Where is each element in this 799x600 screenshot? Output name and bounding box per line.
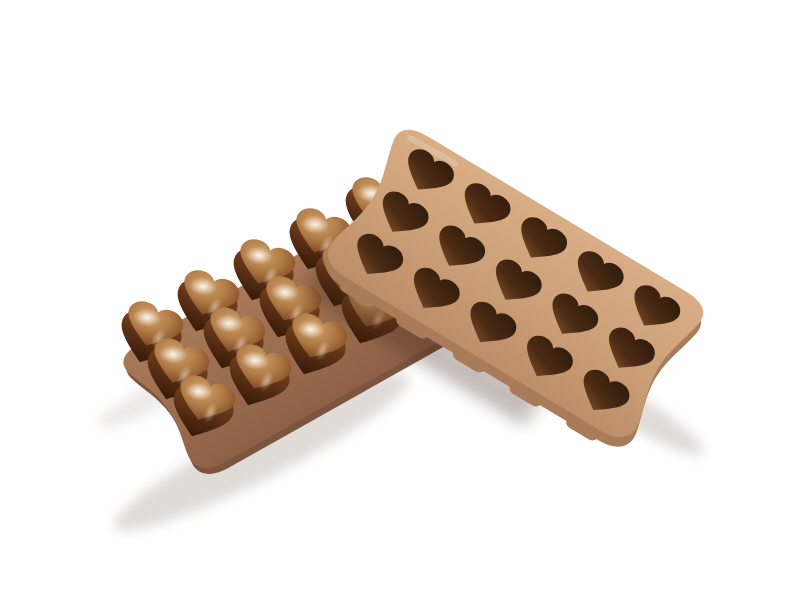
- product-photo-stage: [0, 0, 799, 600]
- product-photo: [0, 0, 799, 600]
